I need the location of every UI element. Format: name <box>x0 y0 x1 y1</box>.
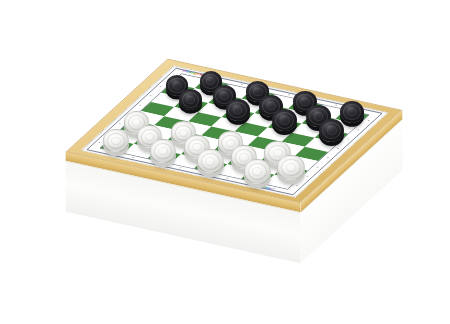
checker-black[interactable] <box>272 109 297 131</box>
checker-ring <box>314 112 324 121</box>
checker-white[interactable] <box>150 139 176 163</box>
checker-ring <box>300 98 309 106</box>
checker-white[interactable] <box>103 129 129 152</box>
pieces-layer <box>0 0 450 324</box>
checker-black[interactable] <box>179 89 202 110</box>
checker-ring <box>192 143 202 152</box>
checker-black[interactable] <box>226 99 250 121</box>
checker-ring <box>327 126 337 135</box>
checker-ring <box>111 137 120 145</box>
checker-ring <box>132 118 141 126</box>
checkers-box-scene: xalingo xalingo <box>0 0 450 324</box>
checker-ring <box>273 149 283 158</box>
checker-ring <box>220 92 229 100</box>
checker-ring <box>205 157 215 166</box>
checker-black[interactable] <box>319 119 344 142</box>
checker-ring <box>280 116 290 125</box>
checker-ring <box>286 163 296 172</box>
checker-ring <box>173 82 182 90</box>
checker-ring <box>239 153 249 162</box>
checker-white[interactable] <box>277 155 304 179</box>
checker-black[interactable] <box>340 101 364 123</box>
checker-white[interactable] <box>197 149 224 173</box>
checker-ring <box>179 129 188 137</box>
checker-white[interactable] <box>244 159 271 184</box>
checker-ring <box>253 88 262 96</box>
